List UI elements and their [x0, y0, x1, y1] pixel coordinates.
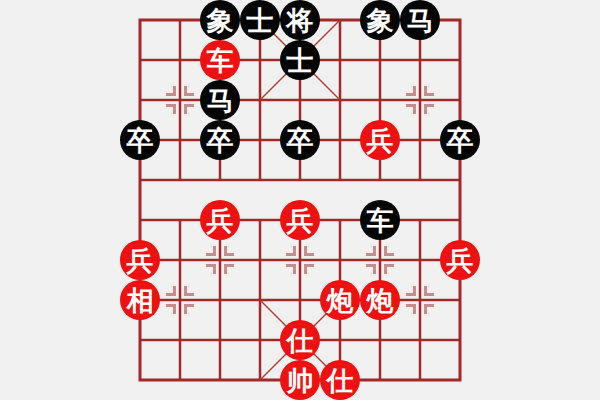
point-marker [164, 84, 196, 116]
piece-red-pawn[interactable]: 兵 [280, 200, 320, 240]
piece-red-rook[interactable]: 车 [200, 40, 240, 80]
piece-black-rook[interactable]: 车 [360, 200, 400, 240]
piece-red-elephant[interactable]: 相 [120, 280, 160, 320]
xiangqi-board: 象士将象马车士马卒卒卒兵卒兵兵车兵兵相炮炮仕帅仕 [0, 0, 600, 400]
piece-red-cannon[interactable]: 炮 [360, 280, 400, 320]
piece-red-pawn[interactable]: 兵 [200, 200, 240, 240]
piece-red-advisor[interactable]: 仕 [280, 320, 320, 360]
point-marker [164, 284, 196, 316]
point-marker [284, 244, 316, 276]
piece-red-king[interactable]: 帅 [280, 360, 320, 400]
point-marker [404, 84, 436, 116]
piece-black-horse[interactable]: 马 [200, 80, 240, 120]
piece-red-pawn[interactable]: 兵 [440, 240, 480, 280]
point-marker [204, 244, 236, 276]
piece-black-pawn[interactable]: 卒 [200, 120, 240, 160]
piece-red-advisor[interactable]: 仕 [320, 360, 360, 400]
piece-black-elephant[interactable]: 象 [360, 0, 400, 40]
piece-black-pawn[interactable]: 卒 [440, 120, 480, 160]
piece-red-pawn[interactable]: 兵 [360, 120, 400, 160]
piece-black-king[interactable]: 将 [280, 0, 320, 40]
piece-black-advisor[interactable]: 士 [240, 0, 280, 40]
piece-red-cannon[interactable]: 炮 [320, 280, 360, 320]
piece-black-horse[interactable]: 马 [400, 0, 440, 40]
piece-black-pawn[interactable]: 卒 [120, 120, 160, 160]
point-marker [404, 284, 436, 316]
point-marker [364, 244, 396, 276]
piece-red-pawn[interactable]: 兵 [120, 240, 160, 280]
board-grid[interactable]: 象士将象马车士马卒卒卒兵卒兵兵车兵兵相炮炮仕帅仕 [120, 0, 480, 400]
piece-black-advisor[interactable]: 士 [280, 40, 320, 80]
piece-black-elephant[interactable]: 象 [200, 0, 240, 40]
piece-black-pawn[interactable]: 卒 [280, 120, 320, 160]
